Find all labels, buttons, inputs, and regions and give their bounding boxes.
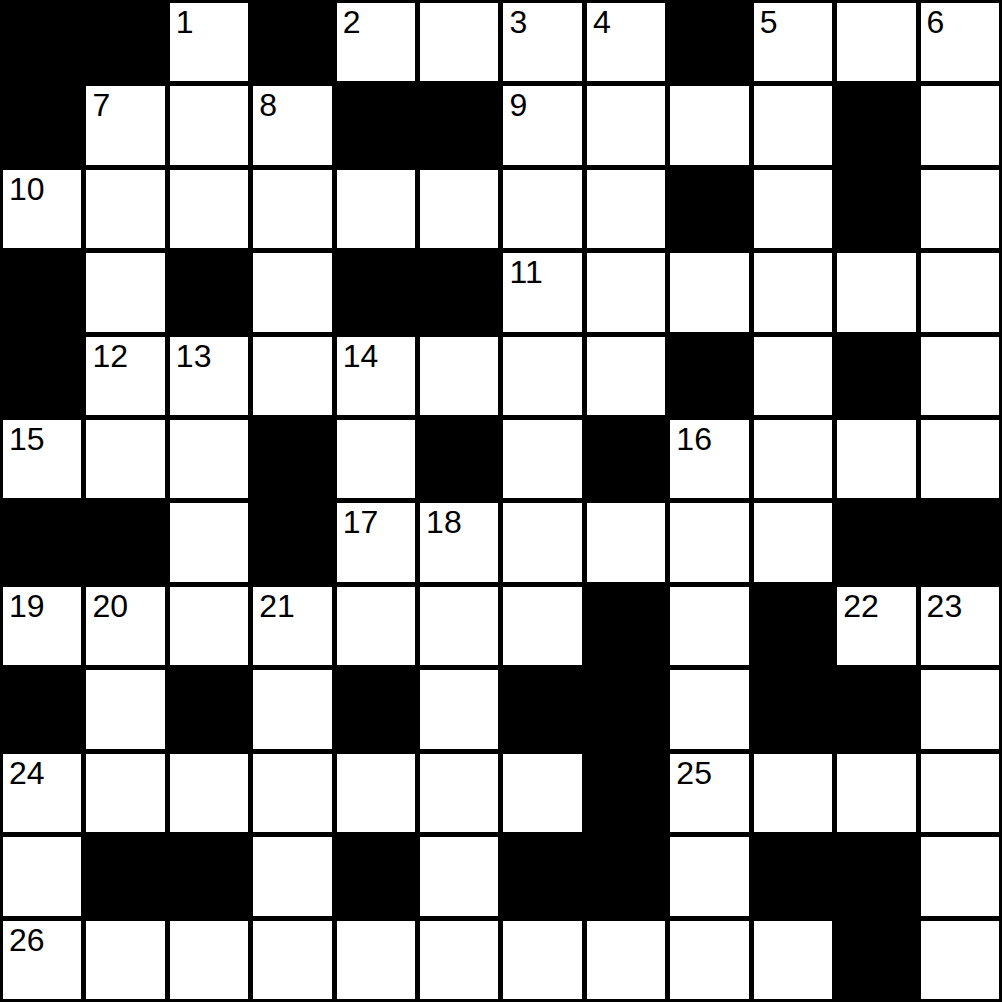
white-cell-r0c5[interactable] — [420, 3, 498, 81]
white-cell-r3c6[interactable]: 11 — [503, 253, 581, 331]
clue-number-7: 7 — [92, 87, 110, 124]
black-cell-r8c2 — [170, 670, 248, 748]
black-cell-r10c9 — [754, 837, 832, 915]
clue-number-1: 1 — [176, 4, 194, 41]
black-cell-r9c7 — [587, 754, 665, 832]
white-cell-r8c1[interactable] — [86, 670, 164, 748]
white-cell-r0c6[interactable]: 3 — [503, 3, 581, 81]
black-cell-r3c5 — [420, 253, 498, 331]
black-cell-r8c4 — [337, 670, 415, 748]
white-cell-r2c1[interactable] — [86, 170, 164, 248]
white-cell-r7c4[interactable] — [337, 587, 415, 665]
white-cell-r11c9[interactable] — [754, 921, 832, 999]
white-cell-r10c3[interactable] — [253, 837, 331, 915]
white-cell-r2c3[interactable] — [253, 170, 331, 248]
clue-number-6: 6 — [927, 4, 945, 41]
white-cell-r1c1[interactable]: 7 — [86, 86, 164, 164]
clue-number-13: 13 — [176, 338, 212, 375]
white-cell-r1c11[interactable] — [921, 86, 999, 164]
white-cell-r0c2[interactable]: 1 — [170, 3, 248, 81]
white-cell-r1c8[interactable] — [670, 86, 748, 164]
clue-number-25: 25 — [676, 755, 712, 792]
black-cell-r0c1 — [86, 3, 164, 81]
white-cell-r5c1[interactable] — [86, 420, 164, 498]
white-cell-r9c11[interactable] — [921, 754, 999, 832]
white-cell-r7c1[interactable]: 20 — [86, 587, 164, 665]
white-cell-r9c10[interactable] — [837, 754, 915, 832]
clue-number-5: 5 — [760, 4, 778, 41]
white-cell-r5c11[interactable] — [921, 420, 999, 498]
white-cell-r10c5[interactable] — [420, 837, 498, 915]
black-cell-r8c0 — [3, 670, 81, 748]
black-cell-r1c5 — [420, 86, 498, 164]
white-cell-r5c9[interactable] — [754, 420, 832, 498]
black-cell-r10c4 — [337, 837, 415, 915]
clue-number-20: 20 — [92, 588, 128, 625]
white-cell-r6c2[interactable] — [170, 503, 248, 581]
white-cell-r1c3[interactable]: 8 — [253, 86, 331, 164]
white-cell-r5c8[interactable]: 16 — [670, 420, 748, 498]
clue-number-3: 3 — [509, 4, 527, 41]
clue-number-24: 24 — [9, 755, 45, 792]
white-cell-r5c4[interactable] — [337, 420, 415, 498]
white-cell-r10c11[interactable] — [921, 837, 999, 915]
white-cell-r11c5[interactable] — [420, 921, 498, 999]
white-cell-r4c6[interactable] — [503, 337, 581, 415]
black-cell-r2c8 — [670, 170, 748, 248]
black-cell-r2c10 — [837, 170, 915, 248]
white-cell-r8c8[interactable] — [670, 670, 748, 748]
black-cell-r6c10 — [837, 503, 915, 581]
white-cell-r7c2[interactable] — [170, 587, 248, 665]
white-cell-r3c7[interactable] — [587, 253, 665, 331]
clue-number-19: 19 — [9, 588, 45, 625]
clue-number-17: 17 — [343, 504, 379, 541]
white-cell-r3c3[interactable] — [253, 253, 331, 331]
black-cell-r4c8 — [670, 337, 748, 415]
white-cell-r10c8[interactable] — [670, 837, 748, 915]
white-cell-r3c1[interactable] — [86, 253, 164, 331]
white-cell-r11c2[interactable] — [170, 921, 248, 999]
white-cell-r6c9[interactable] — [754, 503, 832, 581]
white-cell-r6c5[interactable]: 18 — [420, 503, 498, 581]
white-cell-r11c6[interactable] — [503, 921, 581, 999]
white-cell-r5c10[interactable] — [837, 420, 915, 498]
white-cell-r9c0[interactable]: 24 — [3, 754, 81, 832]
black-cell-r7c7 — [587, 587, 665, 665]
white-cell-r9c5[interactable] — [420, 754, 498, 832]
black-cell-r5c7 — [587, 420, 665, 498]
black-cell-r5c5 — [420, 420, 498, 498]
white-cell-r1c9[interactable] — [754, 86, 832, 164]
clue-number-26: 26 — [9, 922, 45, 959]
white-cell-r5c6[interactable] — [503, 420, 581, 498]
black-cell-r10c1 — [86, 837, 164, 915]
black-cell-r8c10 — [837, 670, 915, 748]
clue-number-2: 2 — [343, 4, 361, 41]
black-cell-r10c6 — [503, 837, 581, 915]
clue-number-8: 8 — [259, 87, 277, 124]
black-cell-r10c2 — [170, 837, 248, 915]
black-cell-r6c1 — [86, 503, 164, 581]
white-cell-r2c2[interactable] — [170, 170, 248, 248]
black-cell-r3c0 — [3, 253, 81, 331]
black-cell-r3c4 — [337, 253, 415, 331]
white-cell-r4c4[interactable]: 14 — [337, 337, 415, 415]
clue-number-11: 11 — [509, 254, 542, 291]
white-cell-r7c11[interactable]: 23 — [921, 587, 999, 665]
crossword-board: 1234567891011121314151617181920212223242… — [0, 0, 1002, 1002]
black-cell-r1c0 — [3, 86, 81, 164]
white-cell-r4c7[interactable] — [587, 337, 665, 415]
white-cell-r11c3[interactable] — [253, 921, 331, 999]
white-cell-r9c3[interactable] — [253, 754, 331, 832]
white-cell-r2c4[interactable] — [337, 170, 415, 248]
clue-number-22: 22 — [843, 588, 879, 625]
white-cell-r7c8[interactable] — [670, 587, 748, 665]
white-cell-r5c2[interactable] — [170, 420, 248, 498]
black-cell-r7c9 — [754, 587, 832, 665]
white-cell-r2c11[interactable] — [921, 170, 999, 248]
clue-number-18: 18 — [426, 504, 462, 541]
white-cell-r7c6[interactable] — [503, 587, 581, 665]
white-cell-r11c7[interactable] — [587, 921, 665, 999]
white-cell-r2c0[interactable]: 10 — [3, 170, 81, 248]
white-cell-r0c11[interactable]: 6 — [921, 3, 999, 81]
black-cell-r5c3 — [253, 420, 331, 498]
clue-number-14: 14 — [343, 338, 379, 375]
black-cell-r8c6 — [503, 670, 581, 748]
white-cell-r8c5[interactable] — [420, 670, 498, 748]
white-cell-r6c8[interactable] — [670, 503, 748, 581]
white-cell-r9c6[interactable] — [503, 754, 581, 832]
white-cell-r11c11[interactable] — [921, 921, 999, 999]
white-cell-r0c9[interactable]: 5 — [754, 3, 832, 81]
black-cell-r6c0 — [3, 503, 81, 581]
white-cell-r9c1[interactable] — [86, 754, 164, 832]
white-cell-r2c7[interactable] — [587, 170, 665, 248]
black-cell-r8c7 — [587, 670, 665, 748]
clue-number-23: 23 — [927, 588, 963, 625]
black-cell-r10c10 — [837, 837, 915, 915]
clue-number-12: 12 — [92, 338, 128, 375]
white-cell-r4c3[interactable] — [253, 337, 331, 415]
white-cell-r0c10[interactable] — [837, 3, 915, 81]
white-cell-r10c0[interactable] — [3, 837, 81, 915]
white-cell-r3c9[interactable] — [754, 253, 832, 331]
white-cell-r1c2[interactable] — [170, 86, 248, 164]
clue-number-15: 15 — [9, 421, 45, 458]
white-cell-r6c7[interactable] — [587, 503, 665, 581]
white-cell-r8c11[interactable] — [921, 670, 999, 748]
clue-number-10: 10 — [9, 171, 45, 208]
white-cell-r7c0[interactable]: 19 — [3, 587, 81, 665]
black-cell-r4c0 — [3, 337, 81, 415]
white-cell-r6c4[interactable]: 17 — [337, 503, 415, 581]
black-cell-r10c7 — [587, 837, 665, 915]
black-cell-r3c2 — [170, 253, 248, 331]
white-cell-r7c5[interactable] — [420, 587, 498, 665]
white-cell-r3c8[interactable] — [670, 253, 748, 331]
clue-number-16: 16 — [676, 421, 712, 458]
black-cell-r6c3 — [253, 503, 331, 581]
white-cell-r1c6[interactable]: 9 — [503, 86, 581, 164]
white-cell-r5c0[interactable]: 15 — [3, 420, 81, 498]
white-cell-r4c2[interactable]: 13 — [170, 337, 248, 415]
white-cell-r4c9[interactable] — [754, 337, 832, 415]
white-cell-r9c8[interactable]: 25 — [670, 754, 748, 832]
black-cell-r1c4 — [337, 86, 415, 164]
white-cell-r2c9[interactable] — [754, 170, 832, 248]
clue-number-9: 9 — [509, 87, 527, 124]
white-cell-r9c9[interactable] — [754, 754, 832, 832]
white-cell-r4c5[interactable] — [420, 337, 498, 415]
white-cell-r0c4[interactable]: 2 — [337, 3, 415, 81]
white-cell-r11c1[interactable] — [86, 921, 164, 999]
white-cell-r0c7[interactable]: 4 — [587, 3, 665, 81]
white-cell-r4c11[interactable] — [921, 337, 999, 415]
black-cell-r8c9 — [754, 670, 832, 748]
white-cell-r11c4[interactable] — [337, 921, 415, 999]
clue-number-4: 4 — [593, 4, 611, 41]
black-cell-r1c10 — [837, 86, 915, 164]
white-cell-r9c4[interactable] — [337, 754, 415, 832]
white-cell-r9c2[interactable] — [170, 754, 248, 832]
clue-number-21: 21 — [259, 588, 295, 625]
white-cell-r3c11[interactable] — [921, 253, 999, 331]
white-cell-r7c10[interactable]: 22 — [837, 587, 915, 665]
white-cell-r11c8[interactable] — [670, 921, 748, 999]
black-cell-r0c8 — [670, 3, 748, 81]
white-cell-r11c0[interactable]: 26 — [3, 921, 81, 999]
white-cell-r3c10[interactable] — [837, 253, 915, 331]
black-cell-r0c0 — [3, 3, 81, 81]
white-cell-r1c7[interactable] — [587, 86, 665, 164]
white-cell-r2c5[interactable] — [420, 170, 498, 248]
black-cell-r6c11 — [921, 503, 999, 581]
black-cell-r11c10 — [837, 921, 915, 999]
black-cell-r0c3 — [253, 3, 331, 81]
white-cell-r7c3[interactable]: 21 — [253, 587, 331, 665]
white-cell-r2c6[interactable] — [503, 170, 581, 248]
white-cell-r6c6[interactable] — [503, 503, 581, 581]
black-cell-r4c10 — [837, 337, 915, 415]
white-cell-r8c3[interactable] — [253, 670, 331, 748]
white-cell-r4c1[interactable]: 12 — [86, 337, 164, 415]
